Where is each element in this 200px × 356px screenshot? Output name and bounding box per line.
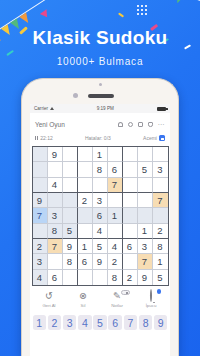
sudoku-cell-r3c3[interactable] (63, 178, 78, 193)
sudoku-cell-r2c1[interactable] (33, 162, 48, 177)
toolbar: ↺ Geri Al ⊗ Sil ✎ Notlar İpucu (30, 289, 170, 313)
pennant-banner-right (140, 0, 200, 18)
sudoku-cell-r6c8[interactable]: 1 (138, 224, 153, 239)
difficulty-icon (159, 135, 165, 141)
sudoku-cell-r5c2[interactable]: 3 (48, 208, 63, 223)
front-camera (73, 93, 78, 98)
pause-icon[interactable] (35, 136, 38, 140)
sudoku-cell-r6c1[interactable] (33, 224, 48, 239)
sudoku-cell-r3c5[interactable] (93, 178, 108, 193)
clock-label: 9:19 PM (97, 106, 114, 111)
numpad-key-5[interactable]: 5 (93, 315, 106, 330)
status-bar: Carrier 9:19 PM (30, 104, 170, 113)
sudoku-cell-r4c9[interactable]: 7 (153, 193, 168, 208)
numpad-key-8[interactable]: 8 (139, 315, 152, 330)
sudoku-cell-r4c2[interactable] (48, 193, 63, 208)
phone-mockup: Carrier 9:19 PM Yeni Oyun ⋯ (21, 78, 179, 356)
sudoku-cell-r2c6[interactable]: 6 (108, 162, 123, 177)
sudoku-cell-r8c7[interactable] (123, 254, 138, 269)
sudoku-cell-r4c5[interactable]: 3 (93, 193, 108, 208)
pennant-flag (19, 13, 31, 26)
erase-button[interactable]: ⊗ Sil (69, 289, 97, 308)
app-subtitle: 10000+ Bulmaca (0, 56, 200, 67)
sudoku-cell-r4c8[interactable] (138, 193, 153, 208)
sudoku-cell-r9c1[interactable]: 4 (33, 270, 48, 285)
sudoku-cell-r5c6[interactable]: 1 (108, 208, 123, 223)
sudoku-cell-r9c9[interactable]: 5 (153, 270, 168, 285)
sudoku-cell-r3c8[interactable] (138, 178, 153, 193)
numpad-key-6[interactable]: 6 (108, 315, 121, 330)
sudoku-cell-r9c6[interactable]: 8 (108, 270, 123, 285)
sudoku-cell-r2c5[interactable]: 8 (93, 162, 108, 177)
sudoku-cell-r1c2[interactable]: 9 (48, 147, 63, 162)
sudoku-cell-r3c7[interactable] (123, 178, 138, 193)
confetti-piece (118, 12, 124, 17)
sudoku-cell-r8c8[interactable]: 7 (138, 254, 153, 269)
sudoku-cell-r4c7[interactable] (123, 193, 138, 208)
sudoku-cell-r2c4[interactable] (78, 162, 93, 177)
sudoku-cell-r8c9[interactable]: 1 (153, 254, 168, 269)
numpad-key-3[interactable]: 3 (63, 315, 76, 330)
numpad-key-7[interactable]: 7 (124, 315, 137, 330)
wifi-icon (50, 107, 54, 110)
pencil-icon: ✎ (113, 289, 121, 302)
numpad-key-2[interactable]: 2 (48, 315, 61, 330)
sudoku-cell-r5c8[interactable] (138, 208, 153, 223)
undo-button[interactable]: ↺ Geri Al (35, 289, 63, 308)
numpad-key-1[interactable]: 1 (33, 315, 46, 330)
sudoku-cell-r6c6[interactable] (108, 224, 123, 239)
sudoku-cell-r7c5[interactable]: 5 (93, 239, 108, 254)
sudoku-cell-r7c3[interactable]: 9 (63, 239, 78, 254)
eraser-icon: ⊗ (79, 289, 87, 302)
sudoku-cell-r1c3[interactable] (63, 147, 78, 162)
sudoku-cell-r2c3[interactable] (63, 162, 78, 177)
more-menu-icon[interactable]: ⋯ (158, 121, 166, 128)
sudoku-cell-r1c5[interactable]: 1 (93, 147, 108, 162)
sudoku-cell-r3c1[interactable] (33, 178, 48, 193)
sudoku-cell-r8c3[interactable]: 8 (63, 254, 78, 269)
hint-button[interactable]: İpucu (137, 289, 165, 308)
bulb-icon (150, 289, 152, 302)
sudoku-cell-r2c2[interactable] (48, 162, 63, 177)
sudoku-cell-r8c4[interactable]: 6 (78, 254, 93, 269)
sudoku-cell-r9c7[interactable]: 2 (123, 270, 138, 285)
sudoku-cell-r9c2[interactable]: 6 (48, 270, 63, 285)
sudoku-cell-r3c9[interactable] (153, 178, 168, 193)
phone-sensor-dot (99, 83, 102, 86)
sudoku-cell-r5c4[interactable] (78, 208, 93, 223)
sudoku-cell-r7c1[interactable]: 2 (33, 239, 48, 254)
bell-icon[interactable] (118, 122, 123, 127)
sudoku-cell-r7c6[interactable]: 4 (108, 239, 123, 254)
sudoku-cell-r9c5[interactable] (93, 270, 108, 285)
sudoku-cell-r7c2[interactable]: 7 (48, 239, 63, 254)
sudoku-cell-r4c6[interactable] (108, 193, 123, 208)
promo-screenshot: Klasik Sudoku 10000+ Bulmaca Carrier 9:1… (0, 0, 200, 356)
sudoku-cell-r2c8[interactable]: 5 (138, 162, 153, 177)
sudoku-cell-r8c5[interactable]: 9 (93, 254, 108, 269)
calendar-icon[interactable] (138, 122, 143, 127)
sudoku-cell-r8c1[interactable]: 3 (33, 254, 48, 269)
game-info-row: 22:12 Hatalar: 0/3 Acemi (30, 132, 170, 144)
numpad-key-4[interactable]: 4 (78, 315, 91, 330)
medal-icon[interactable] (128, 122, 133, 127)
sudoku-cell-r1c7[interactable] (123, 147, 138, 162)
notes-button[interactable]: ✎ Notlar (103, 289, 131, 308)
sudoku-cell-r5c1[interactable]: 7 (33, 208, 48, 223)
sudoku-cell-r6c9[interactable]: 2 (153, 224, 168, 239)
sudoku-cell-r7c8[interactable]: 3 (138, 239, 153, 254)
trophy-icon[interactable] (148, 122, 153, 127)
sudoku-cell-r4c4[interactable]: 2 (78, 193, 93, 208)
sudoku-cell-r9c4[interactable] (78, 270, 93, 285)
timer-label: 22:12 (40, 135, 53, 141)
sudoku-cell-r1c1[interactable] (33, 147, 48, 162)
sudoku-cell-r5c9[interactable] (153, 208, 168, 223)
app-screen: Carrier 9:19 PM Yeni Oyun ⋯ (30, 104, 170, 356)
sudoku-cell-r6c2[interactable]: 8 (48, 224, 63, 239)
sudoku-board: 9186534792377361854122791546383869271468… (32, 146, 169, 286)
sudoku-cell-r1c6[interactable] (108, 147, 123, 162)
hint-badge (157, 289, 162, 294)
sudoku-cell-r1c8[interactable] (138, 147, 153, 162)
game-header: Yeni Oyun ⋯ (30, 116, 170, 132)
sudoku-cell-r9c8[interactable]: 9 (138, 270, 153, 285)
sudoku-cell-r3c6[interactable]: 7 (108, 178, 123, 193)
sudoku-cell-r4c3[interactable] (63, 193, 78, 208)
sudoku-cell-r8c6[interactable]: 2 (108, 254, 123, 269)
confetti-piece (6, 50, 13, 56)
sudoku-cell-r5c7[interactable] (123, 208, 138, 223)
sudoku-cell-r7c7[interactable]: 6 (123, 239, 138, 254)
sudoku-cell-r2c7[interactable] (123, 162, 138, 177)
notes-toggle-off (121, 290, 130, 295)
sudoku-cell-r1c9[interactable] (153, 147, 168, 162)
sudoku-cell-r7c9[interactable]: 8 (153, 239, 168, 254)
sudoku-cell-r3c2[interactable]: 4 (48, 178, 63, 193)
sudoku-cell-r6c7[interactable] (123, 224, 138, 239)
mistakes-label: Hatalar: 0/3 (85, 135, 111, 141)
pennant-flag (174, 0, 185, 5)
sudoku-cell-r3c4[interactable] (78, 178, 93, 193)
battery-icon (157, 107, 166, 111)
sudoku-cell-r5c5[interactable]: 6 (93, 208, 108, 223)
sudoku-cell-r9c3[interactable] (63, 270, 78, 285)
sudoku-cell-r4c1[interactable]: 9 (33, 193, 48, 208)
app-title: Klasik Sudoku (0, 27, 200, 49)
difficulty-label: Acemi (143, 135, 157, 141)
confetti-piece (136, 4, 148, 16)
sudoku-cell-r8c2[interactable] (48, 254, 63, 269)
earpiece-speaker (88, 94, 114, 98)
page-title: Yeni Oyun (35, 121, 65, 128)
numpad-key-9[interactable]: 9 (154, 315, 167, 330)
sudoku-cell-r2c9[interactable]: 3 (153, 162, 168, 177)
sudoku-cell-r6c3[interactable]: 5 (63, 224, 78, 239)
pennant-flag (163, 0, 174, 1)
carrier-label: Carrier (34, 106, 48, 111)
sudoku-cell-r6c4[interactable] (78, 224, 93, 239)
undo-icon: ↺ (45, 289, 53, 302)
sudoku-cell-r5c3[interactable] (63, 208, 78, 223)
sudoku-cell-r1c4[interactable] (78, 147, 93, 162)
sudoku-cell-r6c5[interactable]: 4 (93, 224, 108, 239)
number-pad: 123456789 (30, 315, 170, 330)
sudoku-cell-r7c4[interactable]: 1 (78, 239, 93, 254)
